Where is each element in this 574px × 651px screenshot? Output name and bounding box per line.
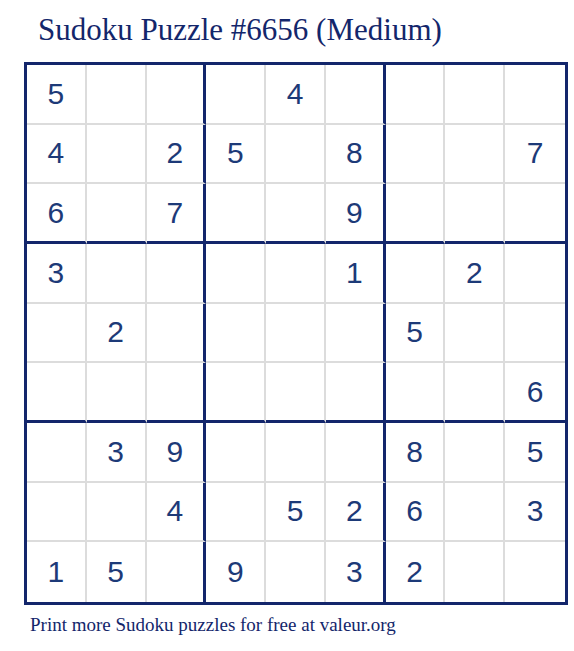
cell-r5c4	[206, 304, 266, 364]
cell-r9c7: 2	[386, 542, 446, 602]
cell-r8c5: 5	[266, 483, 326, 543]
given-digit: 9	[227, 557, 244, 587]
cell-r9c1: 1	[27, 542, 87, 602]
cell-r9c2: 5	[87, 542, 147, 602]
cell-r8c9: 3	[505, 483, 565, 543]
given-digit: 8	[346, 138, 363, 168]
cell-r8c3: 4	[147, 483, 207, 543]
given-digit: 1	[48, 557, 65, 587]
cell-r9c6: 3	[326, 542, 386, 602]
given-digit: 5	[406, 317, 423, 347]
cell-r1c5: 4	[266, 65, 326, 125]
cell-r6c1	[27, 363, 87, 423]
cell-r3c6: 9	[326, 184, 386, 244]
cell-r3c2	[87, 184, 147, 244]
cell-r8c8	[445, 483, 505, 543]
cell-r8c2	[87, 483, 147, 543]
cell-r9c5	[266, 542, 326, 602]
cell-r2c4: 5	[206, 125, 266, 185]
given-digit: 3	[48, 258, 65, 288]
cell-r3c3: 7	[147, 184, 207, 244]
cell-r6c2	[87, 363, 147, 423]
given-digit: 5	[48, 79, 65, 109]
cell-r7c8	[445, 423, 505, 483]
cell-r7c4	[206, 423, 266, 483]
cell-r2c8	[445, 125, 505, 185]
cell-r1c6	[326, 65, 386, 125]
cell-r4c1: 3	[27, 244, 87, 304]
cell-r6c3	[147, 363, 207, 423]
cell-r9c4: 9	[206, 542, 266, 602]
cell-r9c8	[445, 542, 505, 602]
cell-r6c7	[386, 363, 446, 423]
cell-r5c1	[27, 304, 87, 364]
given-digit: 7	[167, 198, 184, 228]
cell-r1c2	[87, 65, 147, 125]
cell-r5c9	[505, 304, 565, 364]
given-digit: 9	[167, 437, 184, 467]
given-digit: 5	[107, 557, 124, 587]
given-digit: 2	[107, 317, 124, 347]
given-digit: 4	[287, 79, 304, 109]
sudoku-grid: 544258767931225639854526315932	[24, 62, 568, 605]
given-digit: 2	[466, 258, 483, 288]
cell-r1c4	[206, 65, 266, 125]
cell-r1c7	[386, 65, 446, 125]
cell-r4c9	[505, 244, 565, 304]
footer-text: Print more Sudoku puzzles for free at va…	[30, 614, 396, 636]
cell-r8c4	[206, 483, 266, 543]
given-digit: 3	[527, 496, 544, 526]
given-digit: 9	[346, 198, 363, 228]
cell-r3c9	[505, 184, 565, 244]
cell-r6c4	[206, 363, 266, 423]
cell-r9c3	[147, 542, 207, 602]
cell-r4c4	[206, 244, 266, 304]
given-digit: 5	[527, 437, 544, 467]
cell-r7c2: 3	[87, 423, 147, 483]
cell-r2c6: 8	[326, 125, 386, 185]
given-digit: 8	[406, 437, 423, 467]
given-digit: 3	[346, 557, 363, 587]
cell-r5c2: 2	[87, 304, 147, 364]
cell-r2c1: 4	[27, 125, 87, 185]
cell-r2c5	[266, 125, 326, 185]
cell-r4c8: 2	[445, 244, 505, 304]
cell-r6c9: 6	[505, 363, 565, 423]
cell-r4c6: 1	[326, 244, 386, 304]
given-digit: 6	[406, 496, 423, 526]
cell-r5c8	[445, 304, 505, 364]
cell-r4c3	[147, 244, 207, 304]
cell-r9c9	[505, 542, 565, 602]
cell-r2c7	[386, 125, 446, 185]
given-digit: 4	[167, 496, 184, 526]
cell-r2c3: 2	[147, 125, 207, 185]
cell-r7c7: 8	[386, 423, 446, 483]
cell-r1c3	[147, 65, 207, 125]
cell-r4c5	[266, 244, 326, 304]
cell-r3c5	[266, 184, 326, 244]
given-digit: 2	[346, 496, 363, 526]
cell-r6c8	[445, 363, 505, 423]
cell-r4c2	[87, 244, 147, 304]
cell-r5c3	[147, 304, 207, 364]
cell-r8c6: 2	[326, 483, 386, 543]
cell-r8c7: 6	[386, 483, 446, 543]
cell-r1c8	[445, 65, 505, 125]
cell-r3c7	[386, 184, 446, 244]
given-digit: 2	[167, 138, 184, 168]
cell-r2c9: 7	[505, 125, 565, 185]
cell-r5c7: 5	[386, 304, 446, 364]
given-digit: 6	[48, 198, 65, 228]
cell-r6c5	[266, 363, 326, 423]
given-digit: 1	[346, 258, 363, 288]
cell-r7c6	[326, 423, 386, 483]
cell-r7c5	[266, 423, 326, 483]
given-digit: 3	[107, 437, 124, 467]
cell-r2c2	[87, 125, 147, 185]
given-digit: 6	[527, 377, 544, 407]
cell-r5c6	[326, 304, 386, 364]
given-digit: 7	[527, 138, 544, 168]
cell-r8c1	[27, 483, 87, 543]
cell-r1c1: 5	[27, 65, 87, 125]
given-digit: 2	[406, 557, 423, 587]
given-digit: 4	[48, 138, 65, 168]
given-digit: 5	[227, 138, 244, 168]
cell-r3c8	[445, 184, 505, 244]
cell-r7c1	[27, 423, 87, 483]
given-digit: 5	[287, 496, 304, 526]
cell-r1c9	[505, 65, 565, 125]
cell-r3c1: 6	[27, 184, 87, 244]
cell-r5c5	[266, 304, 326, 364]
cell-r4c7	[386, 244, 446, 304]
cell-r7c9: 5	[505, 423, 565, 483]
cell-r6c6	[326, 363, 386, 423]
page-title: Sudoku Puzzle #6656 (Medium)	[38, 12, 442, 48]
cell-r3c4	[206, 184, 266, 244]
cell-r7c3: 9	[147, 423, 207, 483]
